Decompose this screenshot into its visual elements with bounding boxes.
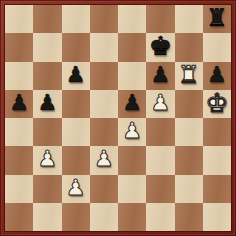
piece-white-pawn[interactable]: ♟	[66, 177, 86, 199]
piece-black-king[interactable]: ♚	[149, 33, 172, 59]
square-h5[interactable]: ♚	[203, 90, 231, 118]
square-h4[interactable]	[203, 118, 231, 146]
square-g4[interactable]	[175, 118, 203, 146]
square-b8[interactable]	[33, 5, 61, 33]
piece-white-king[interactable]: ♚	[205, 90, 228, 116]
square-b3[interactable]: ♟	[33, 146, 61, 174]
square-d1[interactable]	[90, 203, 118, 231]
piece-black-pawn[interactable]: ♟	[122, 92, 142, 114]
square-g7[interactable]	[175, 33, 203, 61]
square-c3[interactable]	[62, 146, 90, 174]
square-c2[interactable]: ♟	[62, 175, 90, 203]
square-g5[interactable]	[175, 90, 203, 118]
square-b1[interactable]	[33, 203, 61, 231]
piece-black-rook[interactable]: ♜	[206, 6, 228, 30]
piece-white-pawn[interactable]: ♟	[151, 92, 171, 114]
square-d4[interactable]	[90, 118, 118, 146]
square-f5[interactable]: ♟	[146, 90, 174, 118]
square-b2[interactable]	[33, 175, 61, 203]
square-d3[interactable]: ♟	[90, 146, 118, 174]
square-d2[interactable]	[90, 175, 118, 203]
piece-black-pawn[interactable]: ♟	[207, 64, 227, 86]
square-d5[interactable]	[90, 90, 118, 118]
square-e2[interactable]	[118, 175, 146, 203]
square-e7[interactable]	[118, 33, 146, 61]
piece-black-pawn[interactable]: ♟	[9, 92, 29, 114]
board-frame: ♜♚♟♟♜♟♟♟♟♟♚♟♟♟♟	[0, 0, 236, 236]
square-e6[interactable]	[118, 62, 146, 90]
square-g3[interactable]	[175, 146, 203, 174]
square-c8[interactable]	[62, 5, 90, 33]
square-c4[interactable]	[62, 118, 90, 146]
square-g2[interactable]	[175, 175, 203, 203]
square-a2[interactable]	[5, 175, 33, 203]
square-b4[interactable]	[33, 118, 61, 146]
square-d7[interactable]	[90, 33, 118, 61]
square-f6[interactable]: ♟	[146, 62, 174, 90]
square-c7[interactable]	[62, 33, 90, 61]
square-h1[interactable]	[203, 203, 231, 231]
square-g1[interactable]	[175, 203, 203, 231]
square-a8[interactable]	[5, 5, 33, 33]
piece-white-pawn[interactable]: ♟	[38, 148, 58, 170]
piece-white-pawn[interactable]: ♟	[122, 120, 142, 142]
square-b6[interactable]	[33, 62, 61, 90]
chess-board: ♜♚♟♟♜♟♟♟♟♟♚♟♟♟♟	[5, 5, 231, 231]
square-h8[interactable]: ♜	[203, 5, 231, 33]
square-g6[interactable]: ♜	[175, 62, 203, 90]
square-f8[interactable]	[146, 5, 174, 33]
square-e4[interactable]: ♟	[118, 118, 146, 146]
square-f1[interactable]	[146, 203, 174, 231]
square-f7[interactable]: ♚	[146, 33, 174, 61]
square-e1[interactable]	[118, 203, 146, 231]
square-h2[interactable]	[203, 175, 231, 203]
square-f3[interactable]	[146, 146, 174, 174]
square-a3[interactable]	[5, 146, 33, 174]
square-h3[interactable]	[203, 146, 231, 174]
square-e3[interactable]	[118, 146, 146, 174]
square-c6[interactable]: ♟	[62, 62, 90, 90]
square-c5[interactable]	[62, 90, 90, 118]
square-h6[interactable]: ♟	[203, 62, 231, 90]
piece-white-pawn[interactable]: ♟	[94, 148, 114, 170]
square-a1[interactable]	[5, 203, 33, 231]
square-d8[interactable]	[90, 5, 118, 33]
square-h7[interactable]	[203, 33, 231, 61]
square-b7[interactable]	[33, 33, 61, 61]
square-a7[interactable]	[5, 33, 33, 61]
square-c1[interactable]	[62, 203, 90, 231]
square-a5[interactable]: ♟	[5, 90, 33, 118]
square-e5[interactable]: ♟	[118, 90, 146, 118]
square-g8[interactable]	[175, 5, 203, 33]
square-d6[interactable]	[90, 62, 118, 90]
piece-black-pawn[interactable]: ♟	[66, 64, 86, 86]
square-f4[interactable]	[146, 118, 174, 146]
square-f2[interactable]	[146, 175, 174, 203]
square-e8[interactable]	[118, 5, 146, 33]
square-a6[interactable]	[5, 62, 33, 90]
square-b5[interactable]: ♟	[33, 90, 61, 118]
piece-black-pawn[interactable]: ♟	[38, 92, 58, 114]
piece-black-pawn[interactable]: ♟	[151, 64, 171, 86]
square-a4[interactable]	[5, 118, 33, 146]
piece-white-rook[interactable]: ♜	[178, 63, 200, 87]
